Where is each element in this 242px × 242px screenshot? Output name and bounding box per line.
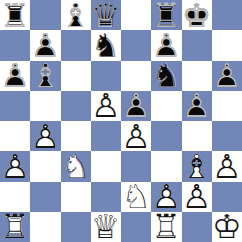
white-pawn[interactable]: ♟♙: [121, 121, 151, 151]
white-rook-fill-glyph: ♜: [151, 212, 181, 242]
white-pawn[interactable]: ♟♙: [212, 151, 242, 181]
square-g8[interactable]: ♚♔: [182, 0, 212, 30]
black-bishop-outline-glyph: ♗: [61, 0, 91, 30]
square-c8[interactable]: ♝♗: [61, 0, 91, 30]
square-a6[interactable]: ♟♙: [0, 61, 30, 91]
black-pawn-outline-glyph: ♙: [212, 61, 242, 91]
black-pawn-outline-glyph: ♙: [121, 91, 151, 121]
square-a5[interactable]: [0, 91, 30, 121]
square-e8[interactable]: [121, 0, 151, 30]
square-h3[interactable]: ♟♙: [212, 151, 242, 181]
square-d8[interactable]: ♛♕: [91, 0, 121, 30]
black-bishop[interactable]: ♝♗: [30, 61, 60, 91]
black-rook-fill-glyph: ♜: [0, 0, 30, 30]
black-pawn-fill-glyph: ♟: [182, 91, 212, 121]
white-pawn[interactable]: ♟♙: [91, 91, 121, 121]
square-b7[interactable]: ♟♙: [30, 30, 60, 60]
square-f1[interactable]: ♜♖: [151, 212, 181, 242]
black-pawn-outline-glyph: ♙: [30, 30, 60, 60]
white-pawn-outline-glyph: ♙: [151, 182, 181, 212]
white-rook-outline-glyph: ♖: [151, 212, 181, 242]
white-knight-outline-glyph: ♘: [121, 182, 151, 212]
black-pawn-outline-glyph: ♙: [182, 91, 212, 121]
black-rook[interactable]: ♜♖: [0, 0, 30, 30]
square-b6[interactable]: ♝♗: [30, 61, 60, 91]
black-pawn[interactable]: ♟♙: [30, 30, 60, 60]
square-g1[interactable]: [182, 212, 212, 242]
square-g5[interactable]: ♟♙: [182, 91, 212, 121]
white-king-fill-glyph: ♚: [212, 212, 242, 242]
square-g6[interactable]: [182, 61, 212, 91]
square-e4[interactable]: ♟♙: [121, 121, 151, 151]
white-pawn[interactable]: ♟♙: [0, 151, 30, 181]
white-pawn-outline-glyph: ♙: [30, 121, 60, 151]
square-c1[interactable]: [61, 212, 91, 242]
square-h4[interactable]: [212, 121, 242, 151]
white-pawn-fill-glyph: ♟: [212, 151, 242, 181]
white-pawn-fill-glyph: ♟: [151, 182, 181, 212]
white-knight-fill-glyph: ♞: [121, 182, 151, 212]
black-queen-fill-glyph: ♛: [91, 0, 121, 30]
white-rook-outline-glyph: ♖: [0, 212, 30, 242]
black-pawn-fill-glyph: ♟: [0, 61, 30, 91]
black-pawn-fill-glyph: ♟: [212, 61, 242, 91]
square-c3[interactable]: ♞♘: [61, 151, 91, 181]
black-bishop-outline-glyph: ♗: [30, 61, 60, 91]
square-h8[interactable]: [212, 0, 242, 30]
white-king-outline-glyph: ♔: [212, 212, 242, 242]
black-knight-fill-glyph: ♞: [151, 61, 181, 91]
white-pawn-outline-glyph: ♙: [91, 91, 121, 121]
black-bishop-fill-glyph: ♝: [61, 0, 91, 30]
square-c5[interactable]: [61, 91, 91, 121]
black-bishop[interactable]: ♝♗: [61, 0, 91, 30]
square-c7[interactable]: [61, 30, 91, 60]
black-pawn-outline-glyph: ♙: [151, 30, 181, 60]
black-king[interactable]: ♚♔: [182, 0, 212, 30]
white-pawn-fill-glyph: ♟: [0, 151, 30, 181]
white-pawn-fill-glyph: ♟: [30, 121, 60, 151]
white-pawn-fill-glyph: ♟: [91, 91, 121, 121]
square-h5[interactable]: [212, 91, 242, 121]
black-pawn-fill-glyph: ♟: [30, 30, 60, 60]
square-e2[interactable]: ♞♘: [121, 182, 151, 212]
square-f3[interactable]: [151, 151, 181, 181]
black-knight-outline-glyph: ♘: [91, 30, 121, 60]
square-d4[interactable]: [91, 121, 121, 151]
black-pawn[interactable]: ♟♙: [121, 91, 151, 121]
square-g3[interactable]: ♝♗: [182, 151, 212, 181]
white-pawn-outline-glyph: ♙: [182, 182, 212, 212]
black-rook-fill-glyph: ♜: [151, 0, 181, 30]
black-pawn-outline-glyph: ♙: [0, 61, 30, 91]
square-b1[interactable]: [30, 212, 60, 242]
square-d7[interactable]: ♞♘: [91, 30, 121, 60]
square-e6[interactable]: [121, 61, 151, 91]
square-g7[interactable]: [182, 30, 212, 60]
square-h1[interactable]: ♚♔: [212, 212, 242, 242]
black-pawn-fill-glyph: ♟: [151, 30, 181, 60]
white-queen-fill-glyph: ♛: [91, 212, 121, 242]
square-e5[interactable]: ♟♙: [121, 91, 151, 121]
black-queen-outline-glyph: ♕: [91, 0, 121, 30]
white-pawn-outline-glyph: ♙: [0, 151, 30, 181]
square-d2[interactable]: [91, 182, 121, 212]
square-b3[interactable]: [30, 151, 60, 181]
black-queen[interactable]: ♛♕: [91, 0, 121, 30]
square-f5[interactable]: [151, 91, 181, 121]
black-knight-fill-glyph: ♞: [91, 30, 121, 60]
white-pawn[interactable]: ♟♙: [182, 182, 212, 212]
square-g2[interactable]: ♟♙: [182, 182, 212, 212]
white-knight[interactable]: ♞♘: [121, 182, 151, 212]
square-a2[interactable]: [0, 182, 30, 212]
black-knight-outline-glyph: ♘: [151, 61, 181, 91]
black-pawn[interactable]: ♟♙: [182, 91, 212, 121]
black-knight[interactable]: ♞♘: [91, 30, 121, 60]
square-d6[interactable]: [91, 61, 121, 91]
square-b4[interactable]: ♟♙: [30, 121, 60, 151]
white-queen[interactable]: ♛♕: [91, 212, 121, 242]
square-b8[interactable]: [30, 0, 60, 30]
white-queen-outline-glyph: ♕: [91, 212, 121, 242]
black-knight[interactable]: ♞♘: [151, 61, 181, 91]
black-rook-outline-glyph: ♖: [151, 0, 181, 30]
square-a3[interactable]: ♟♙: [0, 151, 30, 181]
white-rook-fill-glyph: ♜: [0, 212, 30, 242]
square-d5[interactable]: ♟♙: [91, 91, 121, 121]
square-e1[interactable]: [121, 212, 151, 242]
black-rook[interactable]: ♜♖: [151, 0, 181, 30]
black-pawn[interactable]: ♟♙: [212, 61, 242, 91]
square-d3[interactable]: [91, 151, 121, 181]
black-pawn-fill-glyph: ♟: [121, 91, 151, 121]
white-rook[interactable]: ♜♖: [0, 212, 30, 242]
square-c6[interactable]: [61, 61, 91, 91]
black-king-outline-glyph: ♔: [182, 0, 212, 30]
chess-board: ♜♖♝♗♛♕♜♖♚♔♟♙♞♘♟♙♟♙♝♗♞♘♟♙♟♙♟♙♟♙♟♙♟♙♟♙♞♘♝♗…: [0, 0, 242, 242]
white-pawn[interactable]: ♟♙: [30, 121, 60, 151]
square-f7[interactable]: ♟♙: [151, 30, 181, 60]
square-f4[interactable]: [151, 121, 181, 151]
square-h7[interactable]: [212, 30, 242, 60]
square-f8[interactable]: ♜♖: [151, 0, 181, 30]
white-knight-outline-glyph: ♘: [61, 151, 91, 181]
white-king[interactable]: ♚♔: [212, 212, 242, 242]
square-e3[interactable]: [121, 151, 151, 181]
square-a4[interactable]: [0, 121, 30, 151]
black-bishop-fill-glyph: ♝: [30, 61, 60, 91]
square-h6[interactable]: ♟♙: [212, 61, 242, 91]
square-a8[interactable]: ♜♖: [0, 0, 30, 30]
white-knight[interactable]: ♞♘: [61, 151, 91, 181]
black-pawn[interactable]: ♟♙: [0, 61, 30, 91]
black-king-fill-glyph: ♚: [182, 0, 212, 30]
square-g4[interactable]: [182, 121, 212, 151]
black-rook-outline-glyph: ♖: [0, 0, 30, 30]
square-f2[interactable]: ♟♙: [151, 182, 181, 212]
square-e7[interactable]: [121, 30, 151, 60]
white-pawn-fill-glyph: ♟: [182, 182, 212, 212]
white-pawn[interactable]: ♟♙: [151, 182, 181, 212]
square-h2[interactable]: [212, 182, 242, 212]
square-b5[interactable]: [30, 91, 60, 121]
white-bishop[interactable]: ♝♗: [182, 151, 212, 181]
white-pawn-outline-glyph: ♙: [121, 121, 151, 151]
square-c2[interactable]: [61, 182, 91, 212]
square-d1[interactable]: ♛♕: [91, 212, 121, 242]
white-bishop-outline-glyph: ♗: [182, 151, 212, 181]
white-knight-fill-glyph: ♞: [61, 151, 91, 181]
black-pawn[interactable]: ♟♙: [151, 30, 181, 60]
white-bishop-fill-glyph: ♝: [182, 151, 212, 181]
white-pawn-outline-glyph: ♙: [212, 151, 242, 181]
white-rook[interactable]: ♜♖: [151, 212, 181, 242]
white-pawn-fill-glyph: ♟: [121, 121, 151, 151]
square-c4[interactable]: [61, 121, 91, 151]
square-a1[interactable]: ♜♖: [0, 212, 30, 242]
square-f6[interactable]: ♞♘: [151, 61, 181, 91]
square-b2[interactable]: [30, 182, 60, 212]
square-a7[interactable]: [0, 30, 30, 60]
